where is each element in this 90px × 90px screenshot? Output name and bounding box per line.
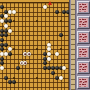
grid-line-h	[0, 59, 69, 60]
grid-line-h	[0, 26, 69, 27]
white-stone	[4, 14, 8, 18]
side-button-2-texture	[79, 18, 88, 27]
side-button-1[interactable]	[77, 1, 90, 14]
black-stone	[0, 5, 4, 9]
side-button-4[interactable]	[77, 46, 90, 59]
side-button-6[interactable]	[77, 76, 90, 89]
side-button-4-texture	[79, 48, 88, 57]
black-stone	[16, 66, 20, 70]
grid-line-h	[0, 73, 69, 74]
app-window	[0, 0, 90, 90]
side-button-5-texture	[79, 63, 88, 72]
black-stone	[43, 61, 47, 65]
grid-line-v	[64, 2, 65, 90]
white-stone	[47, 52, 51, 56]
last-move-triangle-icon	[48, 1, 52, 5]
grid-line-h	[0, 87, 69, 88]
star-point	[36, 48, 38, 50]
black-stone	[51, 71, 55, 75]
black-stone	[0, 47, 4, 51]
star-point	[13, 77, 15, 79]
star-point	[13, 20, 15, 22]
move-number-mark	[25, 53, 27, 55]
white-stone	[55, 52, 59, 56]
move-number-mark	[21, 63, 23, 65]
black-stone	[8, 19, 12, 23]
star-point	[13, 48, 15, 50]
black-stone	[4, 43, 8, 47]
black-stone	[4, 33, 8, 37]
black-stone	[4, 76, 8, 80]
side-button-3-texture	[79, 33, 88, 42]
side-button-1-texture	[79, 3, 88, 12]
white-stone	[8, 29, 12, 33]
side-button-6-texture	[79, 78, 88, 87]
white-stone	[47, 43, 51, 47]
sidebar	[69, 0, 90, 90]
go-board[interactable]	[0, 0, 69, 90]
black-stone	[0, 38, 4, 42]
side-ruler	[71, 0, 76, 90]
black-stone	[12, 80, 16, 84]
grid-line-h	[0, 63, 69, 64]
move-number-mark	[29, 53, 31, 55]
star-point	[36, 77, 38, 79]
white-stone	[47, 57, 51, 61]
white-stone	[47, 47, 51, 51]
black-stone	[55, 10, 59, 14]
move-number-mark	[25, 63, 27, 65]
black-stone	[0, 57, 4, 61]
side-button-5[interactable]	[77, 61, 90, 74]
star-point	[60, 20, 62, 22]
white-stone	[8, 47, 12, 51]
black-stone	[8, 52, 12, 56]
side-button-3[interactable]	[77, 31, 90, 44]
star-point	[36, 20, 38, 22]
white-stone	[12, 10, 16, 14]
side-button-2[interactable]	[77, 16, 90, 29]
white-stone	[43, 5, 47, 9]
grid-line-h	[0, 16, 69, 17]
white-stone	[0, 66, 4, 70]
grid-line-h	[0, 45, 69, 46]
white-stone	[59, 76, 63, 80]
black-stone	[59, 33, 63, 37]
white-stone	[4, 24, 8, 28]
grid-line-h	[0, 40, 69, 41]
black-stone	[0, 61, 4, 65]
white-stone	[62, 66, 66, 70]
star-point	[60, 48, 62, 50]
